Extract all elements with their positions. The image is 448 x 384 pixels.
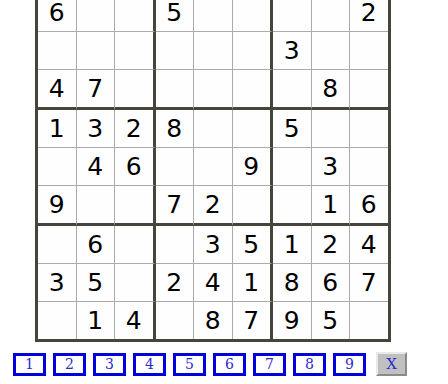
number-button-2[interactable]: 2 [53, 353, 86, 376]
cell-r7c9[interactable]: 4 [350, 226, 388, 264]
cell-r4c5[interactable] [194, 110, 233, 148]
cell-r4c3[interactable]: 2 [115, 110, 156, 148]
cell-r1c9[interactable]: 2 [350, 0, 388, 32]
cell-r5c6[interactable]: 9 [233, 148, 274, 186]
cell-r2c1[interactable] [38, 32, 77, 70]
cell-r6c8[interactable]: 1 [312, 186, 351, 226]
cell-r5c3[interactable]: 6 [115, 148, 156, 186]
number-button-7[interactable]: 7 [253, 353, 286, 376]
cell-r2c4[interactable] [156, 32, 195, 70]
cell-r9c7[interactable]: 9 [273, 302, 312, 339]
cell-r8c4[interactable]: 2 [156, 264, 195, 302]
cell-r2c6[interactable] [233, 32, 274, 70]
cell-r8c6[interactable]: 1 [233, 264, 274, 302]
cell-r2c5[interactable] [194, 32, 233, 70]
cell-r3c9[interactable] [350, 70, 388, 110]
cell-r6c4[interactable]: 7 [156, 186, 195, 226]
cell-r9c4[interactable] [156, 302, 195, 339]
cell-r8c5[interactable]: 4 [194, 264, 233, 302]
cell-r5c9[interactable] [350, 148, 388, 186]
cell-r5c4[interactable] [156, 148, 195, 186]
number-button-8[interactable]: 8 [293, 353, 326, 376]
cell-r4c7[interactable]: 5 [273, 110, 312, 148]
cell-r5c8[interactable]: 3 [312, 148, 351, 186]
cell-r1c2[interactable] [77, 0, 116, 32]
cell-r2c8[interactable] [312, 32, 351, 70]
cell-r5c7[interactable] [273, 148, 312, 186]
cell-r9c8[interactable]: 5 [312, 302, 351, 339]
cell-r9c6[interactable]: 7 [233, 302, 274, 339]
cell-r9c2[interactable]: 1 [77, 302, 116, 339]
cell-r1c7[interactable] [273, 0, 312, 32]
cell-r7c3[interactable] [115, 226, 156, 264]
number-button-9[interactable]: 9 [333, 353, 366, 376]
cell-r3c8[interactable]: 8 [312, 70, 351, 110]
cell-r4c6[interactable] [233, 110, 274, 148]
cell-r3c6[interactable] [233, 70, 274, 110]
cell-r6c9[interactable]: 6 [350, 186, 388, 226]
number-button-3[interactable]: 3 [93, 353, 126, 376]
cell-r6c3[interactable] [115, 186, 156, 226]
cell-r6c5[interactable]: 2 [194, 186, 233, 226]
cell-r3c3[interactable] [115, 70, 156, 110]
cell-r1c4[interactable]: 5 [156, 0, 195, 32]
cell-r1c1[interactable]: 6 [38, 0, 77, 32]
cell-r2c9[interactable] [350, 32, 388, 70]
cell-r1c5[interactable] [194, 0, 233, 32]
cell-r7c7[interactable]: 1 [273, 226, 312, 264]
cell-r5c2[interactable]: 4 [77, 148, 116, 186]
cell-r8c2[interactable]: 5 [77, 264, 116, 302]
cell-r4c8[interactable] [312, 110, 351, 148]
cell-r6c6[interactable] [233, 186, 274, 226]
cell-r3c5[interactable] [194, 70, 233, 110]
cell-r1c8[interactable] [312, 0, 351, 32]
cell-r4c1[interactable]: 1 [38, 110, 77, 148]
cell-r7c5[interactable]: 3 [194, 226, 233, 264]
cell-r8c7[interactable]: 8 [273, 264, 312, 302]
cell-r9c3[interactable]: 4 [115, 302, 156, 339]
cell-r9c9[interactable] [350, 302, 388, 339]
clear-button[interactable]: X [376, 352, 407, 376]
cell-r3c4[interactable] [156, 70, 195, 110]
cell-r2c7[interactable]: 3 [273, 32, 312, 70]
sudoku-app: 6523478132854693972166351243524186714879… [0, 0, 448, 384]
cell-r6c2[interactable] [77, 186, 116, 226]
cell-r4c9[interactable] [350, 110, 388, 148]
cell-r5c5[interactable] [194, 148, 233, 186]
cell-r7c2[interactable]: 6 [77, 226, 116, 264]
cell-r8c9[interactable]: 7 [350, 264, 388, 302]
cell-r8c1[interactable]: 3 [38, 264, 77, 302]
cell-r6c1[interactable]: 9 [38, 186, 77, 226]
cell-r4c4[interactable]: 8 [156, 110, 195, 148]
cell-r5c1[interactable] [38, 148, 77, 186]
cell-r6c7[interactable] [273, 186, 312, 226]
cell-r7c8[interactable]: 2 [312, 226, 351, 264]
number-button-bar: 123456789X [13, 352, 407, 376]
cell-r9c5[interactable]: 8 [194, 302, 233, 339]
number-button-5[interactable]: 5 [173, 353, 206, 376]
cell-r8c8[interactable]: 6 [312, 264, 351, 302]
cell-r1c3[interactable] [115, 0, 156, 32]
sudoku-board: 6523478132854693972166351243524186714879… [35, 0, 391, 342]
cell-r7c6[interactable]: 5 [233, 226, 274, 264]
number-button-1[interactable]: 1 [13, 353, 46, 376]
cell-r4c2[interactable]: 3 [77, 110, 116, 148]
cell-r2c3[interactable] [115, 32, 156, 70]
number-button-6[interactable]: 6 [213, 353, 246, 376]
cell-r1c6[interactable] [233, 0, 274, 32]
cell-r3c7[interactable] [273, 70, 312, 110]
cell-r2c2[interactable] [77, 32, 116, 70]
cell-r7c1[interactable] [38, 226, 77, 264]
cell-r8c3[interactable] [115, 264, 156, 302]
cell-r3c2[interactable]: 7 [77, 70, 116, 110]
cell-r3c1[interactable]: 4 [38, 70, 77, 110]
cell-r7c4[interactable] [156, 226, 195, 264]
number-button-4[interactable]: 4 [133, 353, 166, 376]
cell-r9c1[interactable] [38, 302, 77, 339]
